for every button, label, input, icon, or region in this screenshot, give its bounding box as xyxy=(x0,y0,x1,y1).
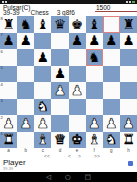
square-a4[interactable]: 4 xyxy=(0,82,17,99)
piece-black-pawn: ♟ xyxy=(122,34,134,48)
square-g6[interactable] xyxy=(103,49,120,66)
piece-white-knight: ♞ xyxy=(105,133,117,147)
square-a3[interactable]: 3 xyxy=(0,99,17,116)
square-b8[interactable]: ♞ xyxy=(17,16,34,33)
square-g5[interactable] xyxy=(103,66,120,83)
piece-white-bishop: ♝ xyxy=(37,133,49,147)
square-b3[interactable] xyxy=(17,99,34,116)
prev-move-button[interactable]: < xyxy=(68,153,71,159)
square-a8[interactable]: 8♜ xyxy=(0,16,17,33)
next-move-button[interactable]: > xyxy=(78,153,81,159)
piece-black-pawn: ♟ xyxy=(37,51,49,65)
square-d1[interactable]: ♛ xyxy=(51,132,68,149)
piece-white-knight: ♞ xyxy=(37,100,49,114)
rank-label: 7 xyxy=(1,33,3,37)
square-e4[interactable]: ♟ xyxy=(69,82,86,99)
piece-black-pawn: ♟ xyxy=(71,34,83,48)
square-a6[interactable]: 6 xyxy=(0,49,17,66)
square-h3[interactable] xyxy=(120,99,137,116)
square-g1[interactable]: ♞ xyxy=(103,132,120,149)
piece-black-bishop: ♝ xyxy=(37,18,49,32)
square-e5[interactable] xyxy=(69,66,86,83)
square-d8[interactable]: ♛ xyxy=(51,16,68,33)
square-b6[interactable] xyxy=(17,49,34,66)
piece-white-pawn: ♟ xyxy=(54,84,66,98)
last-move-button[interactable]: >> xyxy=(94,153,100,159)
square-d6[interactable] xyxy=(51,49,68,66)
square-a2[interactable]: 2♟ xyxy=(0,115,17,132)
piece-white-pawn: ♟ xyxy=(88,117,100,131)
piece-white-pawn: ♟ xyxy=(122,117,134,131)
piece-black-rook: ♜ xyxy=(3,18,15,32)
piece-white-pawn: ♟ xyxy=(37,117,49,131)
piece-black-knight: ♞ xyxy=(88,51,100,65)
square-c7[interactable] xyxy=(34,33,51,50)
square-c1[interactable]: ♝ xyxy=(34,132,51,149)
rank-label: 1 xyxy=(1,132,3,136)
square-h5[interactable] xyxy=(120,66,137,83)
square-e7[interactable]: ♟ xyxy=(69,33,86,50)
home-button[interactable]: ○ xyxy=(65,174,71,181)
square-h1[interactable]: ♜ xyxy=(120,132,137,149)
piece-white-pawn: ♟ xyxy=(3,117,15,131)
recents-button[interactable]: □ xyxy=(85,174,91,181)
back-button[interactable]: ◁ xyxy=(46,174,51,181)
square-b2[interactable]: ♟ xyxy=(17,115,34,132)
square-h8[interactable]: ♜ xyxy=(120,16,137,33)
notification-icon xyxy=(2,1,4,3)
signal-icon xyxy=(126,1,128,3)
square-a1[interactable]: 1♜ xyxy=(0,132,17,149)
square-d7[interactable] xyxy=(51,33,68,50)
square-g4[interactable] xyxy=(103,82,120,99)
first-move-button[interactable]: << xyxy=(44,153,50,159)
piece-white-rook: ♜ xyxy=(3,133,15,147)
app-screen: Pulsar(C) 1500 39-39 Chess 3 g8f6 8♜♞♝♛♚… xyxy=(0,0,137,182)
piece-black-rook: ♜ xyxy=(122,18,134,32)
rank-label: 5 xyxy=(1,66,3,70)
square-b5[interactable] xyxy=(17,66,34,83)
piece-black-bishop: ♝ xyxy=(88,18,100,32)
square-g3[interactable] xyxy=(103,99,120,116)
engine-rating: 1500 xyxy=(96,4,110,11)
last-move-text: 3 g8f6 xyxy=(57,9,75,16)
square-e1[interactable]: ♚ xyxy=(69,132,86,149)
square-g2[interactable]: ♟ xyxy=(103,115,120,132)
square-h7[interactable]: ♟ xyxy=(120,33,137,50)
variant-label: Chess xyxy=(30,9,48,16)
rank-label: 6 xyxy=(1,50,3,54)
square-e2[interactable] xyxy=(69,115,86,132)
square-g8[interactable] xyxy=(103,16,120,33)
notification-icon xyxy=(5,1,7,3)
battery-icon xyxy=(132,1,135,3)
piece-white-pawn: ♟ xyxy=(71,84,83,98)
piece-black-queen: ♛ xyxy=(54,18,66,32)
square-g7[interactable]: ♟ xyxy=(103,33,120,50)
square-f2[interactable]: ♟ xyxy=(86,115,103,132)
piece-black-king: ♚ xyxy=(71,18,83,32)
piece-black-pawn: ♟ xyxy=(54,67,66,81)
square-d4[interactable]: ♟ xyxy=(51,82,68,99)
wifi-icon xyxy=(129,1,131,3)
square-c5[interactable] xyxy=(34,66,51,83)
status-right-icons xyxy=(126,1,135,3)
square-f7[interactable]: ♟ xyxy=(86,33,103,50)
square-c8[interactable]: ♝ xyxy=(34,16,51,33)
status-left-icons xyxy=(2,1,7,3)
square-c4[interactable] xyxy=(34,82,51,99)
piece-black-pawn: ♟ xyxy=(20,34,32,48)
square-c2[interactable]: ♟ xyxy=(34,115,51,132)
piece-white-pawn: ♟ xyxy=(105,117,117,131)
piece-black-pawn: ♟ xyxy=(105,34,117,48)
square-e6[interactable] xyxy=(69,49,86,66)
piece-black-pawn: ♟ xyxy=(3,34,15,48)
square-d5[interactable]: ♟ xyxy=(51,66,68,83)
material-count: 39-39 xyxy=(3,9,20,16)
square-c6[interactable]: ♟ xyxy=(34,49,51,66)
square-f3[interactable] xyxy=(86,99,103,116)
square-h2[interactable]: ♟ xyxy=(120,115,137,132)
square-e8[interactable]: ♚ xyxy=(69,16,86,33)
piece-white-pawn: ♟ xyxy=(20,117,32,131)
android-nav-bar: ◁ ○ □ xyxy=(0,172,137,182)
game-info-line: 39-39 Chess 3 g8f6 xyxy=(3,9,75,16)
square-d2[interactable] xyxy=(51,115,68,132)
rank-label: 8 xyxy=(1,17,3,21)
square-d3[interactable] xyxy=(51,99,68,116)
square-c3[interactable]: ♞ xyxy=(34,99,51,116)
square-f6[interactable]: ♞ xyxy=(86,49,103,66)
square-e3[interactable] xyxy=(69,99,86,116)
rank-label: 2 xyxy=(1,116,3,120)
chess-board: 8♜♞♝♛♚♝♜7♟♟♟♟♟♟6♟♞5♟4♟♟3♞2♟♟♟♟♟♟1♜♝♛♚♝♞♜ xyxy=(0,16,137,148)
engine-thinking-bar xyxy=(95,11,137,12)
piece-white-queen: ♛ xyxy=(54,133,66,147)
square-f8[interactable]: ♝ xyxy=(86,16,103,33)
square-f4[interactable] xyxy=(86,82,103,99)
player-material: 39-39 xyxy=(3,167,13,171)
square-h4[interactable] xyxy=(120,82,137,99)
status-indicator-icon[interactable] xyxy=(128,161,133,166)
square-b1[interactable] xyxy=(17,132,34,149)
square-a5[interactable]: 5 xyxy=(0,66,17,83)
piece-white-bishop: ♝ xyxy=(88,133,100,147)
piece-black-knight: ♞ xyxy=(20,18,32,32)
piece-white-rook: ♜ xyxy=(122,133,134,147)
square-f5[interactable] xyxy=(86,66,103,83)
square-f1[interactable]: ♝ xyxy=(86,132,103,149)
square-b7[interactable]: ♟ xyxy=(17,33,34,50)
square-b4[interactable] xyxy=(17,82,34,99)
piece-white-king: ♚ xyxy=(71,133,83,147)
square-a7[interactable]: 7♟ xyxy=(0,33,17,50)
rank-label: 4 xyxy=(1,83,3,87)
piece-black-pawn: ♟ xyxy=(88,34,100,48)
square-h6[interactable] xyxy=(120,49,137,66)
rank-label: 3 xyxy=(1,99,3,103)
